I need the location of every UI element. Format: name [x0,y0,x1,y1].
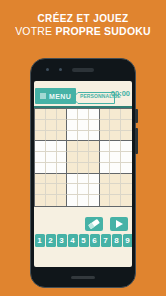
sudoku-cell-r8c3[interactable] [57,184,68,195]
number-button-7[interactable]: 7 [101,234,111,247]
promo-line2-regular: VOTRE [15,25,52,37]
sudoku-cell-r9c6[interactable] [89,195,100,206]
play-store-screenshot: CRÉEZ ET JOUEZ VOTRE PROPRE SUDOKU MENU [0,0,166,296]
sudoku-cell-r7c1[interactable] [35,174,46,185]
sudoku-cell-r7c3[interactable] [57,174,68,185]
sudoku-cell-r2c1[interactable] [35,120,46,131]
number-button-2[interactable]: 2 [46,234,56,247]
sudoku-cell-r9c9[interactable] [121,195,132,206]
camera-dot-icon [46,68,49,71]
sudoku-cell-r6c9[interactable] [121,163,132,174]
promo-headline: CRÉEZ ET JOUEZ VOTRE PROPRE SUDOKU [0,13,166,38]
sudoku-cell-r2c4[interactable] [67,120,78,131]
number-button-8[interactable]: 8 [112,234,122,247]
speaker-slot [72,68,94,72]
number-button-9[interactable]: 9 [123,234,133,247]
sudoku-cell-r9c2[interactable] [46,195,57,206]
sudoku-cell-r9c4[interactable] [67,195,78,206]
sudoku-cell-r3c3[interactable] [57,131,68,142]
sudoku-cell-r3c1[interactable] [35,131,46,142]
sudoku-cell-r6c8[interactable] [110,163,121,174]
promo-line2-bold: PROPRE SUDOKU [55,25,150,37]
promo-line1: CRÉEZ ET JOUEZ [0,13,166,25]
sudoku-cell-r4c7[interactable] [100,141,111,152]
sudoku-cell-r6c7[interactable] [100,163,111,174]
sudoku-cell-r1c7[interactable] [100,109,111,120]
mode-tag: PERSONNALISÉ [72,90,115,102]
sudoku-cell-r9c7[interactable] [100,195,111,206]
number-button-1[interactable]: 1 [35,234,45,247]
sudoku-cell-r9c1[interactable] [35,195,46,206]
sudoku-cell-r4c9[interactable] [121,141,132,152]
sudoku-cell-r7c7[interactable] [100,174,111,185]
sudoku-cell-r6c3[interactable] [57,163,68,174]
menu-button-label: MENU [49,93,71,100]
sudoku-cell-r3c6[interactable] [89,131,100,142]
sudoku-cell-r3c2[interactable] [46,131,57,142]
action-buttons [85,217,128,231]
mode-label: PERSONNALISÉ [80,90,114,102]
sudoku-cell-r2c2[interactable] [46,120,57,131]
eraser-button[interactable] [85,217,103,231]
sudoku-cell-r2c8[interactable] [110,120,121,131]
home-bar [71,276,95,280]
sudoku-cell-r3c5[interactable] [78,131,89,142]
sudoku-cell-r4c4[interactable] [67,141,78,152]
sudoku-cell-r4c6[interactable] [89,141,100,152]
phone-mockup: MENU PERSONNALISÉ 00:00 [30,58,136,288]
sudoku-board [34,108,132,207]
sudoku-cell-r4c5[interactable] [78,141,89,152]
sudoku-cell-r4c2[interactable] [46,141,57,152]
sudoku-cell-r1c4[interactable] [67,109,78,120]
sudoku-cell-r7c6[interactable] [89,174,100,185]
sudoku-cell-r4c1[interactable] [35,141,46,152]
power-button [135,109,138,123]
app-screen: MENU PERSONNALISÉ 00:00 [34,81,132,267]
sudoku-cell-r7c4[interactable] [67,174,78,185]
sudoku-cell-r1c1[interactable] [35,109,46,120]
sudoku-cell-r3c4[interactable] [67,131,78,142]
sudoku-cell-r5c1[interactable] [35,152,46,163]
sudoku-cell-r1c8[interactable] [110,109,121,120]
sudoku-cell-r8c8[interactable] [110,184,121,195]
sudoku-cell-r5c8[interactable] [110,152,121,163]
sudoku-cell-r3c9[interactable] [121,131,132,142]
sudoku-cell-r3c7[interactable] [100,131,111,142]
sudoku-cell-r8c5[interactable] [78,184,89,195]
sudoku-cell-r2c5[interactable] [78,120,89,131]
number-button-3[interactable]: 3 [57,234,67,247]
number-button-5[interactable]: 5 [79,234,89,247]
sudoku-cell-r3c8[interactable] [110,131,121,142]
play-icon [114,219,124,229]
sudoku-cell-r5c2[interactable] [46,152,57,163]
sudoku-cell-r2c3[interactable] [57,120,68,131]
eraser-icon [88,219,100,229]
number-button-4[interactable]: 4 [68,234,78,247]
sudoku-cell-r5c5[interactable] [78,152,89,163]
sudoku-cell-r6c4[interactable] [67,163,78,174]
sudoku-cell-r1c5[interactable] [78,109,89,120]
play-button[interactable] [110,217,128,231]
number-button-6[interactable]: 6 [90,234,100,247]
sudoku-cell-r5c3[interactable] [57,152,68,163]
sudoku-cell-r5c9[interactable] [121,152,132,163]
sudoku-cell-r8c1[interactable] [35,184,46,195]
volume-button [135,128,138,154]
sudoku-cell-r7c2[interactable] [46,174,57,185]
sudoku-cell-r9c5[interactable] [78,195,89,206]
sudoku-cell-r2c6[interactable] [89,120,100,131]
hamburger-icon [40,93,46,99]
number-pad: 123456789 [34,234,132,247]
app-bar: MENU PERSONNALISÉ 00:00 [34,81,132,108]
sudoku-cell-r9c8[interactable] [110,195,121,206]
sudoku-cell-r5c7[interactable] [100,152,111,163]
sudoku-cell-r7c8[interactable] [110,174,121,185]
timer: 00:00 [111,89,130,98]
menu-button[interactable]: MENU [35,88,76,104]
sudoku-cell-r7c5[interactable] [78,174,89,185]
sudoku-cell-r4c3[interactable] [57,141,68,152]
sudoku-cell-r2c9[interactable] [121,120,132,131]
sudoku-cell-r7c9[interactable] [121,174,132,185]
sudoku-cell-r6c2[interactable] [46,163,57,174]
sudoku-cell-r2c7[interactable] [100,120,111,131]
sudoku-cell-r8c9[interactable] [121,184,132,195]
sudoku-cell-r6c5[interactable] [78,163,89,174]
sudoku-cell-r1c6[interactable] [89,109,100,120]
sudoku-cell-r4c8[interactable] [110,141,121,152]
sudoku-cell-r8c4[interactable] [67,184,78,195]
sudoku-cell-r8c2[interactable] [46,184,57,195]
promo-line2: VOTRE PROPRE SUDOKU [0,25,166,38]
sudoku-cell-r5c6[interactable] [89,152,100,163]
sudoku-cell-r1c2[interactable] [46,109,57,120]
sudoku-cell-r6c1[interactable] [35,163,46,174]
sudoku-cell-r1c3[interactable] [57,109,68,120]
sudoku-cell-r1c9[interactable] [121,109,132,120]
sudoku-cell-r6c6[interactable] [89,163,100,174]
sudoku-cell-r8c7[interactable] [100,184,111,195]
sudoku-cell-r8c6[interactable] [89,184,100,195]
sudoku-cell-r5c4[interactable] [67,152,78,163]
sensor-dot-icon [59,68,62,71]
sudoku-cell-r9c3[interactable] [57,195,68,206]
